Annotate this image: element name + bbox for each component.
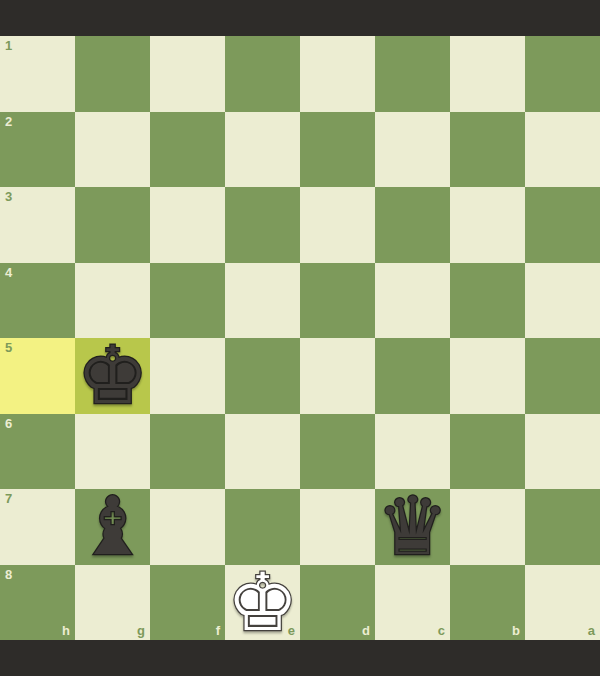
square-b7[interactable] xyxy=(450,489,525,565)
rank-label-6: 6 xyxy=(5,417,12,430)
square-g5[interactable]: ♚ xyxy=(75,338,150,414)
square-e7[interactable] xyxy=(225,489,300,565)
square-c2[interactable] xyxy=(375,112,450,188)
square-h1[interactable]: 1 xyxy=(0,36,75,112)
square-f6[interactable] xyxy=(150,414,225,490)
piece-white-king[interactable]: ♚ xyxy=(225,565,300,641)
square-f1[interactable] xyxy=(150,36,225,112)
square-d1[interactable] xyxy=(300,36,375,112)
square-g4[interactable] xyxy=(75,263,150,339)
square-f4[interactable] xyxy=(150,263,225,339)
file-label-d: d xyxy=(362,624,370,637)
rank-label-7: 7 xyxy=(5,492,12,505)
square-b1[interactable] xyxy=(450,36,525,112)
square-h3[interactable]: 3 xyxy=(0,187,75,263)
square-h7[interactable]: 7 xyxy=(0,489,75,565)
square-c3[interactable] xyxy=(375,187,450,263)
square-e6[interactable] xyxy=(225,414,300,490)
square-b8[interactable]: b xyxy=(450,565,525,641)
square-f7[interactable] xyxy=(150,489,225,565)
square-c5[interactable] xyxy=(375,338,450,414)
square-b4[interactable] xyxy=(450,263,525,339)
square-g7[interactable]: ♝ xyxy=(75,489,150,565)
square-e2[interactable] xyxy=(225,112,300,188)
bottom-bar xyxy=(0,640,600,676)
square-b3[interactable] xyxy=(450,187,525,263)
square-d5[interactable] xyxy=(300,338,375,414)
rank-label-5: 5 xyxy=(5,341,12,354)
file-label-b: b xyxy=(512,624,520,637)
square-d6[interactable] xyxy=(300,414,375,490)
square-g3[interactable] xyxy=(75,187,150,263)
square-c6[interactable] xyxy=(375,414,450,490)
square-a7[interactable] xyxy=(525,489,600,565)
square-a4[interactable] xyxy=(525,263,600,339)
square-h6[interactable]: 6 xyxy=(0,414,75,490)
square-e1[interactable] xyxy=(225,36,300,112)
piece-black-bishop[interactable]: ♝ xyxy=(75,489,150,565)
square-f5[interactable] xyxy=(150,338,225,414)
square-c1[interactable] xyxy=(375,36,450,112)
app-screen: 12345♚67♝♛8hgfe♚dcba xyxy=(0,0,600,676)
square-h4[interactable]: 4 xyxy=(0,263,75,339)
square-e3[interactable] xyxy=(225,187,300,263)
rank-label-4: 4 xyxy=(5,266,12,279)
piece-black-king[interactable]: ♚ xyxy=(75,338,150,414)
chess-board[interactable]: 12345♚67♝♛8hgfe♚dcba xyxy=(0,36,600,640)
square-c7[interactable]: ♛ xyxy=(375,489,450,565)
square-b6[interactable] xyxy=(450,414,525,490)
square-e5[interactable] xyxy=(225,338,300,414)
rank-label-1: 1 xyxy=(5,39,12,52)
square-c8[interactable]: c xyxy=(375,565,450,641)
rank-label-3: 3 xyxy=(5,190,12,203)
file-label-h: h xyxy=(62,624,70,637)
square-f8[interactable]: f xyxy=(150,565,225,641)
file-label-f: f xyxy=(216,624,220,637)
square-a8[interactable]: a xyxy=(525,565,600,641)
square-a6[interactable] xyxy=(525,414,600,490)
file-label-a: a xyxy=(588,624,595,637)
piece-black-queen[interactable]: ♛ xyxy=(375,489,450,565)
square-d8[interactable]: d xyxy=(300,565,375,641)
square-h5[interactable]: 5 xyxy=(0,338,75,414)
square-a3[interactable] xyxy=(525,187,600,263)
square-g8[interactable]: g xyxy=(75,565,150,641)
square-e8[interactable]: e♚ xyxy=(225,565,300,641)
square-f2[interactable] xyxy=(150,112,225,188)
square-d4[interactable] xyxy=(300,263,375,339)
square-g6[interactable] xyxy=(75,414,150,490)
square-d3[interactable] xyxy=(300,187,375,263)
rank-label-2: 2 xyxy=(5,115,12,128)
square-c4[interactable] xyxy=(375,263,450,339)
square-g1[interactable] xyxy=(75,36,150,112)
file-label-c: c xyxy=(438,624,445,637)
square-a1[interactable] xyxy=(525,36,600,112)
square-e4[interactable] xyxy=(225,263,300,339)
square-a2[interactable] xyxy=(525,112,600,188)
rank-label-8: 8 xyxy=(5,568,12,581)
file-label-g: g xyxy=(137,624,145,637)
square-g2[interactable] xyxy=(75,112,150,188)
square-b2[interactable] xyxy=(450,112,525,188)
square-d7[interactable] xyxy=(300,489,375,565)
square-f3[interactable] xyxy=(150,187,225,263)
square-h2[interactable]: 2 xyxy=(0,112,75,188)
square-h8[interactable]: 8h xyxy=(0,565,75,641)
square-d2[interactable] xyxy=(300,112,375,188)
square-b5[interactable] xyxy=(450,338,525,414)
square-a5[interactable] xyxy=(525,338,600,414)
top-bar xyxy=(0,0,600,36)
